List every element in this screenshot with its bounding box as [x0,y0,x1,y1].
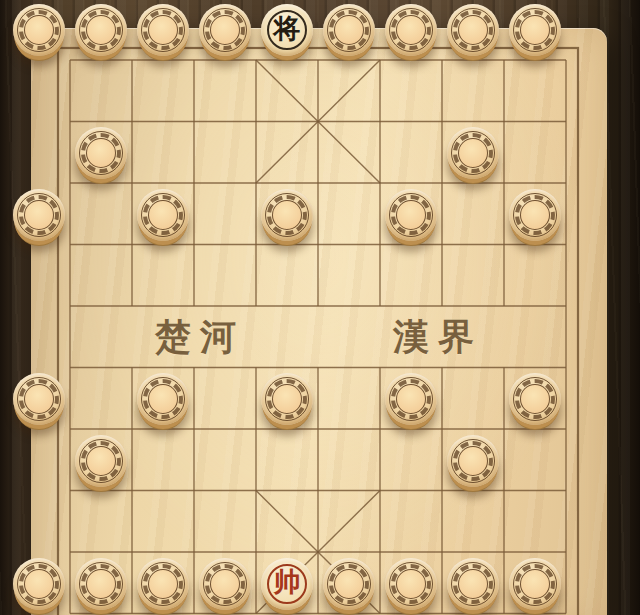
piece-disc [261,189,313,241]
piece-disc [447,435,499,487]
pieces-layer: 将帅 [8,2,566,615]
piece-disc [199,558,251,610]
piece-disc [75,558,127,610]
piece-disc [385,373,437,425]
piece-hidden-red[interactable] [509,373,561,425]
piece-hidden-black[interactable] [447,4,499,56]
piece-disc [447,558,499,610]
hidden-piece-ornament-ring [17,193,61,237]
hidden-piece-ornament-ring [327,562,371,606]
piece-hidden-red[interactable] [261,373,313,425]
hidden-piece-ornament-ring [17,8,61,52]
piece-hidden-black[interactable] [261,189,313,241]
piece-disc [509,189,561,241]
piece-hidden-red[interactable] [137,558,189,610]
piece-disc [509,558,561,610]
piece-hidden-red[interactable] [447,435,499,487]
hidden-piece-ornament-ring [79,562,123,606]
piece-disc [13,189,65,241]
piece-disc [447,4,499,56]
hidden-piece-ornament-ring [389,377,433,421]
piece-disc: 将 [261,4,313,56]
piece-disc [13,373,65,425]
hidden-piece-ornament-ring [17,377,61,421]
piece-red-marshal[interactable]: 帅 [261,558,313,610]
hidden-piece-ornament-ring [513,377,557,421]
hidden-piece-ornament-ring [513,562,557,606]
piece-hidden-red[interactable] [385,373,437,425]
hidden-piece-ornament-ring [451,131,495,175]
piece-hidden-red[interactable] [137,373,189,425]
piece-disc [261,373,313,425]
hidden-piece-ornament-ring [79,439,123,483]
piece-disc [137,4,189,56]
piece-hidden-black[interactable] [75,127,127,179]
piece-disc [75,127,127,179]
piece-disc [385,558,437,610]
piece-hidden-black[interactable] [509,4,561,56]
hidden-piece-ornament-ring [141,8,185,52]
piece-hidden-black[interactable] [13,189,65,241]
piece-hidden-red[interactable] [447,558,499,610]
piece-disc [509,373,561,425]
piece-face-circle: 帅 [267,564,307,604]
piece-label: 将 [274,16,301,43]
piece-hidden-black[interactable] [199,4,251,56]
hidden-piece-ornament-ring [451,439,495,483]
piece-hidden-red[interactable] [199,558,251,610]
piece-disc [323,558,375,610]
piece-disc [323,4,375,56]
hidden-piece-ornament-ring [451,8,495,52]
piece-disc [447,127,499,179]
piece-label: 帅 [274,569,301,596]
hidden-piece-ornament-ring [141,193,185,237]
piece-disc [75,435,127,487]
piece-face-circle: 将 [267,10,307,50]
hidden-piece-ornament-ring [79,8,123,52]
piece-disc [385,4,437,56]
piece-hidden-black[interactable] [137,4,189,56]
hidden-piece-ornament-ring [513,193,557,237]
hidden-piece-ornament-ring [327,8,371,52]
piece-hidden-red[interactable] [75,558,127,610]
piece-disc [13,558,65,610]
piece-black-general[interactable]: 将 [261,4,313,56]
piece-hidden-black[interactable] [137,189,189,241]
hidden-piece-ornament-ring [389,562,433,606]
hidden-piece-ornament-ring [389,193,433,237]
hidden-piece-ornament-ring [203,8,247,52]
hidden-piece-ornament-ring [79,131,123,175]
piece-hidden-black[interactable] [447,127,499,179]
hidden-piece-ornament-ring [141,377,185,421]
piece-hidden-red[interactable] [509,558,561,610]
hidden-piece-ornament-ring [265,193,309,237]
piece-hidden-black[interactable] [323,4,375,56]
xiangqi-app-screen: 楚河 漢界 将帅 [0,0,640,615]
hidden-piece-ornament-ring [451,562,495,606]
hidden-piece-ornament-ring [265,377,309,421]
hidden-piece-ornament-ring [17,562,61,606]
piece-hidden-black[interactable] [75,4,127,56]
piece-disc [137,373,189,425]
piece-hidden-black[interactable] [385,189,437,241]
hidden-piece-ornament-ring [203,562,247,606]
piece-hidden-black[interactable] [13,4,65,56]
hidden-piece-ornament-ring [141,562,185,606]
piece-hidden-red[interactable] [385,558,437,610]
piece-hidden-red[interactable] [13,558,65,610]
piece-disc [75,4,127,56]
piece-disc [385,189,437,241]
piece-disc [137,189,189,241]
piece-disc: 帅 [261,558,313,610]
hidden-piece-ornament-ring [513,8,557,52]
hidden-piece-ornament-ring [389,8,433,52]
piece-hidden-red[interactable] [75,435,127,487]
piece-hidden-black[interactable] [509,189,561,241]
piece-disc [13,4,65,56]
piece-hidden-black[interactable] [385,4,437,56]
piece-disc [199,4,251,56]
piece-hidden-red[interactable] [13,373,65,425]
piece-disc [509,4,561,56]
piece-hidden-red[interactable] [323,558,375,610]
piece-disc [137,558,189,610]
